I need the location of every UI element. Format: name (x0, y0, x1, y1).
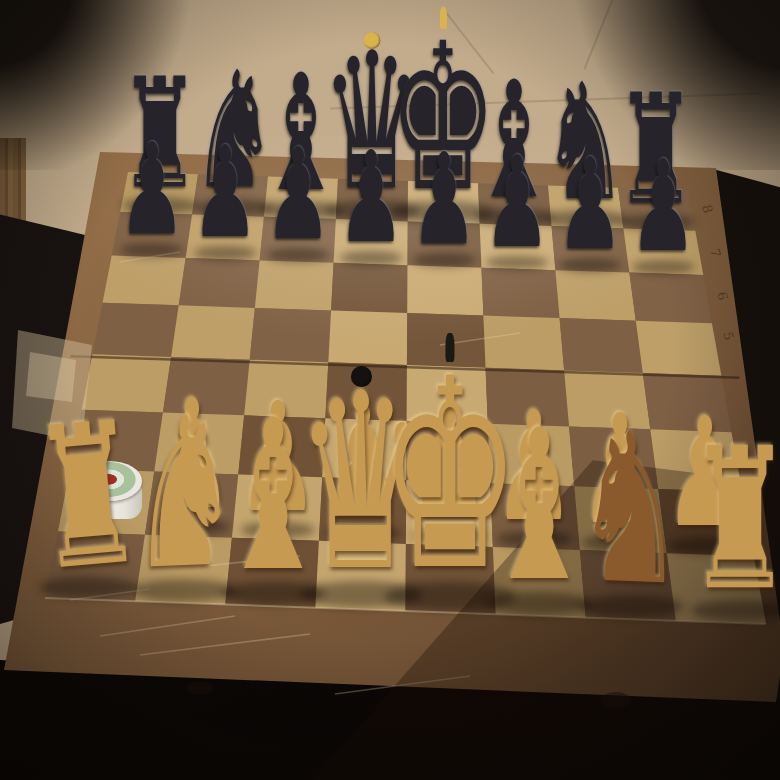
k-finial (446, 333, 454, 362)
k-finial (440, 7, 447, 29)
piece-glyph: ♟ (629, 144, 697, 270)
piece-white-rook-h1[interactable]: ♜ (652, 422, 780, 617)
piece-black-pawn-h7[interactable]: ♟ (606, 144, 719, 270)
pieces-layer: ♜♞♝♛♚♝♞♜♟♟♟♟♟♟♟♟♟♟♟♟♟♟♟♜♞♝♛♚♝♞♜ (0, 0, 780, 780)
piece-glyph: ♜ (687, 422, 780, 617)
photo-scene: 8765 ♜♞♝♛♚♝♞♜♟♟♟♟♟♟♟♟♟♟♟♟♟♟♟♜♞♝♛♚♝♞♜ (0, 0, 780, 780)
